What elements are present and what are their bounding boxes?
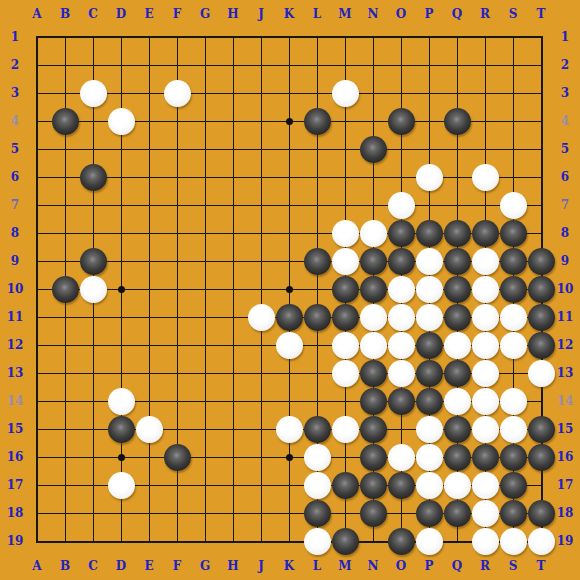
stone-white-R17 bbox=[472, 472, 499, 499]
stone-black-L15 bbox=[304, 416, 331, 443]
stone-white-O7 bbox=[388, 192, 415, 219]
stone-black-S8 bbox=[500, 220, 527, 247]
stone-black-B4 bbox=[52, 108, 79, 135]
stone-black-N9 bbox=[360, 248, 387, 275]
stone-black-B10 bbox=[52, 276, 79, 303]
stone-white-R14 bbox=[472, 388, 499, 415]
stone-white-D4 bbox=[108, 108, 135, 135]
stone-white-O11 bbox=[388, 304, 415, 331]
stone-white-E15 bbox=[136, 416, 163, 443]
stone-black-P18 bbox=[416, 500, 443, 527]
stone-white-R18 bbox=[472, 500, 499, 527]
stone-black-T15 bbox=[528, 416, 555, 443]
stone-white-N11 bbox=[360, 304, 387, 331]
stone-white-C3 bbox=[80, 80, 107, 107]
stone-black-T11 bbox=[528, 304, 555, 331]
stone-black-P13 bbox=[416, 360, 443, 387]
stone-black-S18 bbox=[500, 500, 527, 527]
stone-white-R10 bbox=[472, 276, 499, 303]
stone-white-D17 bbox=[108, 472, 135, 499]
stone-white-D14 bbox=[108, 388, 135, 415]
stone-white-T13 bbox=[528, 360, 555, 387]
stone-black-T12 bbox=[528, 332, 555, 359]
stone-black-M17 bbox=[332, 472, 359, 499]
stone-white-P9 bbox=[416, 248, 443, 275]
stone-white-S15 bbox=[500, 416, 527, 443]
stone-black-Q10 bbox=[444, 276, 471, 303]
stone-black-S10 bbox=[500, 276, 527, 303]
stone-black-S9 bbox=[500, 248, 527, 275]
stone-black-N13 bbox=[360, 360, 387, 387]
stone-black-L18 bbox=[304, 500, 331, 527]
stone-black-R8 bbox=[472, 220, 499, 247]
stone-black-Q15 bbox=[444, 416, 471, 443]
stone-white-P11 bbox=[416, 304, 443, 331]
stone-black-L9 bbox=[304, 248, 331, 275]
stone-white-T19 bbox=[528, 528, 555, 555]
stone-white-L17 bbox=[304, 472, 331, 499]
stone-white-R19 bbox=[472, 528, 499, 555]
stone-black-P14 bbox=[416, 388, 443, 415]
stone-black-N10 bbox=[360, 276, 387, 303]
stone-white-P17 bbox=[416, 472, 443, 499]
stone-black-T10 bbox=[528, 276, 555, 303]
stone-white-L19 bbox=[304, 528, 331, 555]
stone-white-Q12 bbox=[444, 332, 471, 359]
stone-white-K15 bbox=[276, 416, 303, 443]
stone-white-R15 bbox=[472, 416, 499, 443]
stone-white-J11 bbox=[248, 304, 275, 331]
stone-white-R9 bbox=[472, 248, 499, 275]
stone-white-P15 bbox=[416, 416, 443, 443]
stone-black-L11 bbox=[304, 304, 331, 331]
stone-white-R11 bbox=[472, 304, 499, 331]
stone-black-L4 bbox=[304, 108, 331, 135]
stone-white-S11 bbox=[500, 304, 527, 331]
stone-white-Q17 bbox=[444, 472, 471, 499]
board-surface[interactable] bbox=[0, 0, 580, 580]
stone-white-O13 bbox=[388, 360, 415, 387]
stone-white-M3 bbox=[332, 80, 359, 107]
stone-white-M12 bbox=[332, 332, 359, 359]
stone-white-R6 bbox=[472, 164, 499, 191]
stone-black-N15 bbox=[360, 416, 387, 443]
stone-black-O9 bbox=[388, 248, 415, 275]
stone-black-F16 bbox=[164, 444, 191, 471]
stone-black-S16 bbox=[500, 444, 527, 471]
stone-white-R13 bbox=[472, 360, 499, 387]
stone-black-N5 bbox=[360, 136, 387, 163]
stone-white-N8 bbox=[360, 220, 387, 247]
stone-white-M8 bbox=[332, 220, 359, 247]
stone-black-Q8 bbox=[444, 220, 471, 247]
stone-black-N16 bbox=[360, 444, 387, 471]
stone-black-N18 bbox=[360, 500, 387, 527]
stone-black-C9 bbox=[80, 248, 107, 275]
stone-white-P19 bbox=[416, 528, 443, 555]
stone-black-Q11 bbox=[444, 304, 471, 331]
stone-black-O14 bbox=[388, 388, 415, 415]
stone-white-S19 bbox=[500, 528, 527, 555]
stone-black-Q16 bbox=[444, 444, 471, 471]
stone-white-P16 bbox=[416, 444, 443, 471]
stone-black-Q13 bbox=[444, 360, 471, 387]
stone-white-M9 bbox=[332, 248, 359, 275]
stone-black-O17 bbox=[388, 472, 415, 499]
stone-white-C10 bbox=[80, 276, 107, 303]
stone-white-P6 bbox=[416, 164, 443, 191]
stone-black-T16 bbox=[528, 444, 555, 471]
stone-black-Q4 bbox=[444, 108, 471, 135]
stone-black-P12 bbox=[416, 332, 443, 359]
stone-white-M13 bbox=[332, 360, 359, 387]
stone-black-M10 bbox=[332, 276, 359, 303]
stone-black-S17 bbox=[500, 472, 527, 499]
stone-white-S12 bbox=[500, 332, 527, 359]
stone-white-F3 bbox=[164, 80, 191, 107]
stone-black-T18 bbox=[528, 500, 555, 527]
stone-black-C6 bbox=[80, 164, 107, 191]
stone-black-M19 bbox=[332, 528, 359, 555]
stone-white-S7 bbox=[500, 192, 527, 219]
stone-black-O4 bbox=[388, 108, 415, 135]
stone-white-N12 bbox=[360, 332, 387, 359]
stone-black-N17 bbox=[360, 472, 387, 499]
stone-white-O12 bbox=[388, 332, 415, 359]
stone-white-O10 bbox=[388, 276, 415, 303]
stone-black-T9 bbox=[528, 248, 555, 275]
stone-white-O16 bbox=[388, 444, 415, 471]
stone-black-M11 bbox=[332, 304, 359, 331]
stone-black-N14 bbox=[360, 388, 387, 415]
stone-black-D15 bbox=[108, 416, 135, 443]
stone-black-R16 bbox=[472, 444, 499, 471]
stone-black-P8 bbox=[416, 220, 443, 247]
stone-white-M15 bbox=[332, 416, 359, 443]
stone-white-L16 bbox=[304, 444, 331, 471]
stone-white-K12 bbox=[276, 332, 303, 359]
stone-black-Q18 bbox=[444, 500, 471, 527]
go-board: AABBCCDDEEFFGGHHJJKKLLMMNNOOPPQQRRSSTT11… bbox=[0, 0, 580, 580]
stone-white-R12 bbox=[472, 332, 499, 359]
stone-black-K11 bbox=[276, 304, 303, 331]
stone-white-Q14 bbox=[444, 388, 471, 415]
stone-white-P10 bbox=[416, 276, 443, 303]
stone-black-O19 bbox=[388, 528, 415, 555]
stone-black-O8 bbox=[388, 220, 415, 247]
stone-black-Q9 bbox=[444, 248, 471, 275]
stone-white-S14 bbox=[500, 388, 527, 415]
